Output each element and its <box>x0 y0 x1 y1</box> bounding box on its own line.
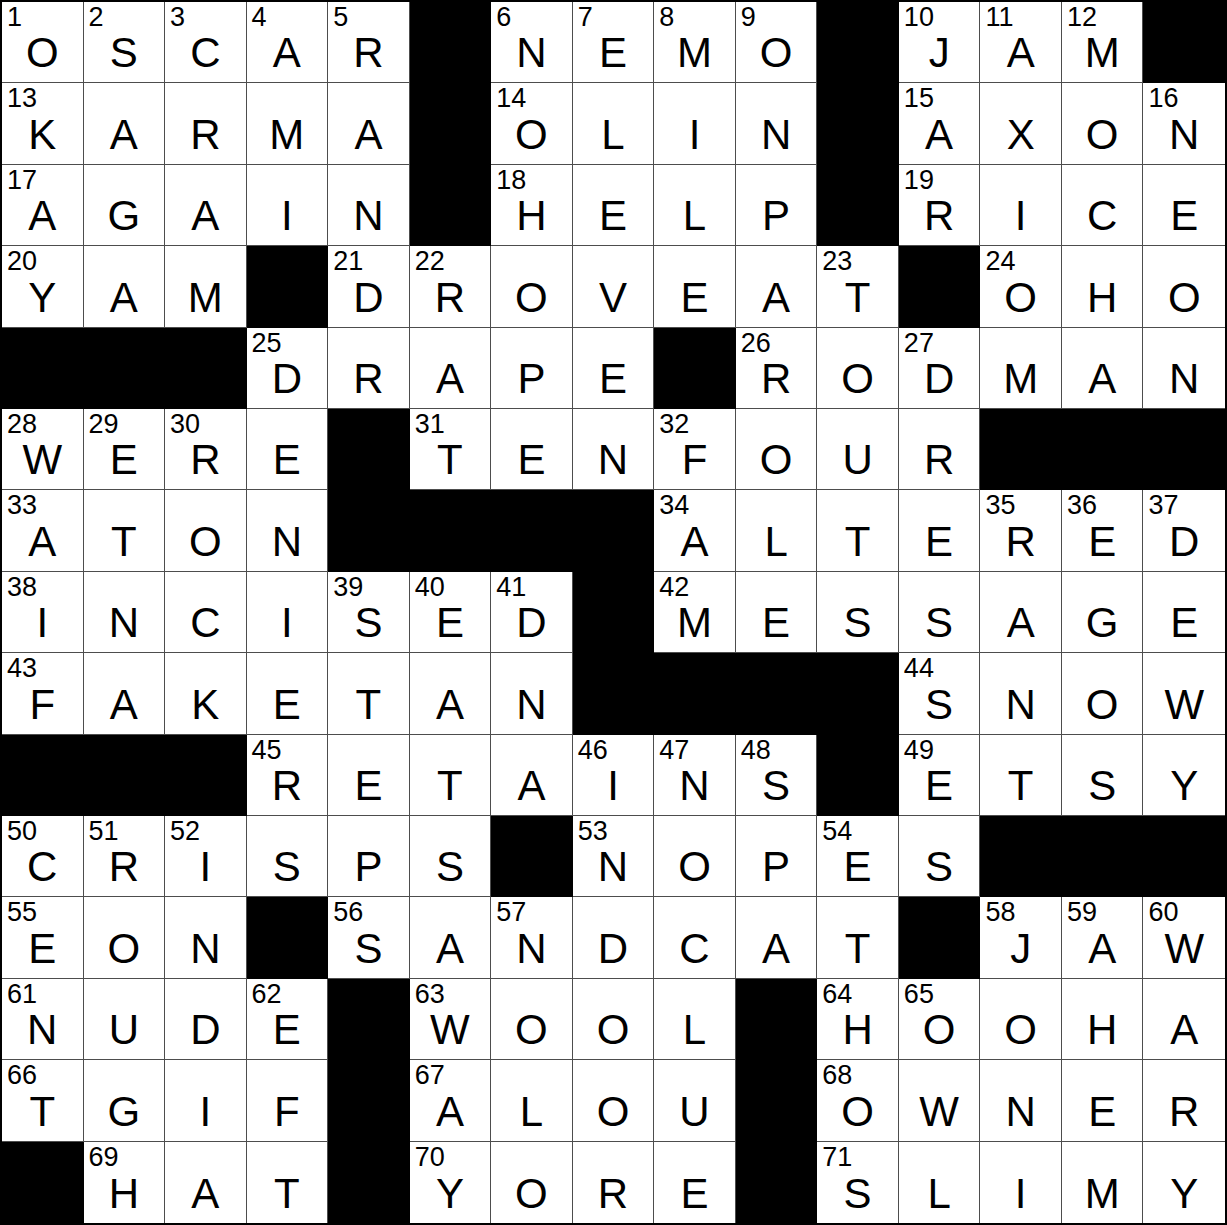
black-cell <box>247 897 329 978</box>
letter-cell[interactable]: O <box>84 897 166 978</box>
cell-letter: L <box>654 1009 735 1051</box>
cell-letter: D <box>899 358 980 400</box>
letter-cell[interactable]: A <box>410 897 492 978</box>
cell-letter: E <box>1143 602 1225 644</box>
clue-number: 48 <box>741 736 771 766</box>
cell-letter: D <box>491 602 572 644</box>
cell-letter: R <box>980 521 1061 563</box>
letter-cell[interactable]: 44S <box>899 653 981 734</box>
black-cell <box>736 1060 818 1141</box>
letter-cell[interactable]: I <box>654 83 736 164</box>
cell-letter: M <box>1062 32 1143 74</box>
letter-cell[interactable]: A <box>84 246 166 327</box>
letter-cell[interactable]: 24O <box>980 246 1062 327</box>
cell-letter: G <box>1062 602 1143 644</box>
cell-letter: O <box>2 32 83 74</box>
cell-letter: H <box>1062 277 1143 319</box>
cell-letter: O <box>573 1009 654 1051</box>
letter-cell[interactable]: R <box>165 83 247 164</box>
letter-cell[interactable]: 22R <box>410 246 492 327</box>
letter-cell[interactable]: 55E <box>2 897 84 978</box>
clue-number: 61 <box>7 980 37 1010</box>
letter-cell[interactable]: R <box>899 409 981 490</box>
clue-number: 41 <box>496 573 526 603</box>
letter-cell[interactable]: 29E <box>84 409 166 490</box>
letter-cell[interactable]: R <box>573 1142 655 1223</box>
clue-number: 36 <box>1067 491 1097 521</box>
letter-cell[interactable]: N <box>165 897 247 978</box>
letter-cell[interactable]: N <box>980 1060 1062 1141</box>
cell-letter: W <box>899 1091 980 1133</box>
letter-cell[interactable]: T <box>328 653 410 734</box>
cell-letter: O <box>491 1009 572 1051</box>
cell-letter: A <box>491 765 572 807</box>
letter-cell[interactable]: 18H <box>491 165 573 246</box>
cell-letter: E <box>491 439 572 481</box>
letter-cell[interactable]: 8M <box>654 2 736 83</box>
letter-cell[interactable]: 53N <box>573 816 655 897</box>
cell-letter: O <box>573 1091 654 1133</box>
letter-cell[interactable]: D <box>573 897 655 978</box>
black-cell <box>899 246 981 327</box>
letter-cell[interactable]: 62E <box>247 979 329 1060</box>
letter-cell[interactable]: T <box>980 735 1062 816</box>
letter-cell[interactable]: C <box>1062 165 1144 246</box>
letter-cell[interactable]: P <box>328 816 410 897</box>
cell-letter: E <box>736 602 817 644</box>
letter-cell[interactable]: A <box>980 572 1062 653</box>
letter-cell[interactable]: O <box>491 1142 573 1223</box>
clue-number: 62 <box>252 980 282 1010</box>
cell-letter: F <box>654 439 735 481</box>
cell-letter: R <box>247 765 328 807</box>
letter-cell[interactable]: O <box>1143 246 1225 327</box>
letter-cell[interactable]: 48S <box>736 735 818 816</box>
cell-letter: W <box>1143 684 1225 726</box>
cell-letter: H <box>817 1009 898 1051</box>
letter-cell[interactable]: E <box>247 653 329 734</box>
cell-letter: A <box>165 195 246 237</box>
cell-letter: N <box>1143 114 1225 156</box>
letter-cell[interactable]: O <box>1062 653 1144 734</box>
cell-letter: X <box>980 114 1061 156</box>
letter-cell[interactable]: 67A <box>410 1060 492 1141</box>
cell-letter: N <box>980 1091 1061 1133</box>
letter-cell[interactable]: A <box>84 83 166 164</box>
letter-cell[interactable]: E <box>573 165 655 246</box>
letter-cell[interactable]: M <box>980 328 1062 409</box>
letter-cell[interactable]: K <box>165 653 247 734</box>
letter-cell[interactable]: O <box>980 979 1062 1060</box>
clue-number: 35 <box>985 491 1015 521</box>
clue-number: 63 <box>415 980 445 1010</box>
letter-cell[interactable]: S <box>817 572 899 653</box>
cell-letter: S <box>817 602 898 644</box>
letter-cell[interactable]: 7E <box>573 2 655 83</box>
letter-cell[interactable]: M <box>1062 1142 1144 1223</box>
cell-letter: A <box>410 358 491 400</box>
letter-cell[interactable]: 11A <box>980 2 1062 83</box>
letter-cell[interactable]: A <box>491 735 573 816</box>
cell-letter: J <box>899 32 980 74</box>
letter-cell[interactable]: 52I <box>165 816 247 897</box>
cell-letter: D <box>328 277 409 319</box>
letter-cell[interactable]: M <box>165 246 247 327</box>
letter-cell[interactable]: 26R <box>736 328 818 409</box>
letter-cell[interactable]: W <box>1143 653 1225 734</box>
letter-cell[interactable]: O <box>573 979 655 1060</box>
cell-letter: I <box>980 1173 1061 1215</box>
letter-cell[interactable]: T <box>84 490 166 571</box>
letter-cell[interactable]: S <box>247 816 329 897</box>
cell-letter: Y <box>410 1173 491 1215</box>
letter-cell[interactable]: 65O <box>899 979 981 1060</box>
black-cell <box>736 653 818 734</box>
letter-cell[interactable]: 17A <box>2 165 84 246</box>
cell-letter: T <box>2 1091 83 1133</box>
letter-cell[interactable]: R <box>1143 1060 1225 1141</box>
cell-letter: A <box>899 114 980 156</box>
letter-cell[interactable]: F <box>247 1060 329 1141</box>
cell-letter: C <box>165 602 246 644</box>
clue-number: 56 <box>333 898 363 928</box>
letter-cell[interactable]: I <box>980 1142 1062 1223</box>
letter-cell[interactable]: A <box>410 653 492 734</box>
letter-cell[interactable]: 9O <box>736 2 818 83</box>
clue-number: 59 <box>1067 898 1097 928</box>
letter-cell[interactable]: S <box>899 816 981 897</box>
clue-number: 68 <box>822 1061 852 1091</box>
letter-cell[interactable]: 39S <box>328 572 410 653</box>
letter-cell[interactable]: 59A <box>1062 897 1144 978</box>
letter-cell[interactable]: L <box>899 1142 981 1223</box>
letter-cell[interactable]: 41D <box>491 572 573 653</box>
letter-cell[interactable]: R <box>328 328 410 409</box>
letter-cell[interactable]: N <box>573 409 655 490</box>
letter-cell[interactable]: L <box>654 165 736 246</box>
letter-cell[interactable]: 40E <box>410 572 492 653</box>
letter-cell[interactable]: A <box>736 897 818 978</box>
letter-cell[interactable]: G <box>84 165 166 246</box>
cell-letter: N <box>84 602 165 644</box>
black-cell <box>980 409 1062 490</box>
letter-cell[interactable]: E <box>654 246 736 327</box>
letter-cell[interactable]: 32F <box>654 409 736 490</box>
letter-cell[interactable]: L <box>654 979 736 1060</box>
letter-cell[interactable]: 57N <box>491 897 573 978</box>
letter-cell[interactable]: 71S <box>817 1142 899 1223</box>
letter-cell[interactable]: 5R <box>328 2 410 83</box>
letter-cell[interactable]: N <box>328 165 410 246</box>
black-cell <box>328 1060 410 1141</box>
letter-cell[interactable]: A <box>1143 979 1225 1060</box>
black-cell <box>654 328 736 409</box>
cell-letter: O <box>980 277 1061 319</box>
cell-letter: N <box>980 684 1061 726</box>
letter-cell[interactable]: 36E <box>1062 490 1144 571</box>
letter-cell[interactable]: I <box>247 572 329 653</box>
letter-cell[interactable]: P <box>736 165 818 246</box>
cell-letter: K <box>165 684 246 726</box>
letter-cell[interactable]: 6N <box>491 2 573 83</box>
letter-cell[interactable]: X <box>980 83 1062 164</box>
letter-cell[interactable]: 15A <box>899 83 981 164</box>
letter-cell[interactable]: 63W <box>410 979 492 1060</box>
cell-letter: L <box>573 114 654 156</box>
black-cell <box>1143 409 1225 490</box>
cell-letter: F <box>247 1091 328 1133</box>
letter-cell[interactable]: 3C <box>165 2 247 83</box>
letter-cell[interactable]: T <box>817 897 899 978</box>
letter-cell[interactable]: 23T <box>817 246 899 327</box>
letter-cell[interactable]: V <box>573 246 655 327</box>
letter-cell[interactable]: Y <box>1143 735 1225 816</box>
clue-number: 29 <box>89 410 119 440</box>
letter-cell[interactable]: 61N <box>2 979 84 1060</box>
clue-number: 18 <box>496 166 526 196</box>
letter-cell[interactable]: T <box>410 735 492 816</box>
letter-cell[interactable]: T <box>247 1142 329 1223</box>
letter-cell[interactable]: N <box>980 653 1062 734</box>
cell-letter: N <box>573 439 654 481</box>
letter-cell[interactable]: L <box>736 490 818 571</box>
letter-cell[interactable]: 43F <box>2 653 84 734</box>
clue-number: 39 <box>333 573 363 603</box>
letter-cell[interactable]: A <box>410 328 492 409</box>
cell-letter: I <box>247 195 328 237</box>
letter-cell[interactable]: 64H <box>817 979 899 1060</box>
letter-cell[interactable]: A <box>84 653 166 734</box>
black-cell <box>410 83 492 164</box>
letter-cell[interactable]: C <box>165 572 247 653</box>
letter-cell[interactable]: E <box>1143 572 1225 653</box>
letter-cell[interactable]: 31T <box>410 409 492 490</box>
clue-number: 21 <box>333 247 363 277</box>
letter-cell[interactable]: 34A <box>654 490 736 571</box>
letter-cell[interactable]: O <box>1062 83 1144 164</box>
letter-cell[interactable]: A <box>736 246 818 327</box>
letter-cell[interactable]: E <box>247 409 329 490</box>
clue-number: 13 <box>7 84 37 114</box>
letter-cell[interactable]: A <box>165 165 247 246</box>
letter-cell[interactable]: I <box>980 165 1062 246</box>
letter-cell[interactable]: M <box>247 83 329 164</box>
letter-cell[interactable]: O <box>165 490 247 571</box>
cell-letter: M <box>165 277 246 319</box>
letter-cell[interactable]: N <box>491 653 573 734</box>
letter-cell[interactable]: 50C <box>2 816 84 897</box>
cell-letter: M <box>980 358 1061 400</box>
letter-cell[interactable]: E <box>491 409 573 490</box>
clue-number: 31 <box>415 410 445 440</box>
letter-cell[interactable]: C <box>654 897 736 978</box>
black-cell <box>817 735 899 816</box>
cell-letter: K <box>2 114 83 156</box>
black-cell <box>328 1142 410 1223</box>
letter-cell[interactable]: S <box>410 816 492 897</box>
cell-letter: A <box>980 32 1061 74</box>
letter-cell[interactable]: 28W <box>2 409 84 490</box>
black-cell <box>817 83 899 164</box>
letter-cell[interactable]: L <box>573 83 655 164</box>
letter-cell[interactable]: 33A <box>2 490 84 571</box>
cell-letter: R <box>899 439 980 481</box>
clue-number: 23 <box>822 247 852 277</box>
cell-letter: A <box>410 684 491 726</box>
letter-cell[interactable]: A <box>1062 328 1144 409</box>
letter-cell[interactable]: 42M <box>654 572 736 653</box>
letter-cell[interactable]: U <box>654 1060 736 1141</box>
letter-cell[interactable]: 69H <box>84 1142 166 1223</box>
letter-cell[interactable]: 21D <box>328 246 410 327</box>
letter-cell[interactable]: E <box>328 735 410 816</box>
clue-number: 46 <box>578 736 608 766</box>
black-cell <box>899 897 981 978</box>
black-cell <box>573 490 655 571</box>
letter-cell[interactable]: H <box>1062 246 1144 327</box>
cell-letter: E <box>654 277 735 319</box>
letter-cell[interactable]: G <box>1062 572 1144 653</box>
cell-letter: O <box>84 928 165 970</box>
letter-cell[interactable]: E <box>736 572 818 653</box>
clue-number: 9 <box>741 3 756 33</box>
letter-cell[interactable]: O <box>491 246 573 327</box>
black-cell <box>817 653 899 734</box>
letter-cell[interactable]: U <box>84 979 166 1060</box>
letter-cell[interactable]: 13K <box>2 83 84 164</box>
letter-cell[interactable]: 20Y <box>2 246 84 327</box>
cell-letter: E <box>328 765 409 807</box>
letter-cell[interactable]: 68O <box>817 1060 899 1141</box>
letter-cell[interactable]: P <box>491 328 573 409</box>
letter-cell[interactable]: S <box>1062 735 1144 816</box>
letter-cell[interactable]: E <box>1062 1060 1144 1141</box>
cell-letter: R <box>899 195 980 237</box>
cell-letter: P <box>328 846 409 888</box>
cell-letter: H <box>491 195 572 237</box>
clue-number: 57 <box>496 898 526 928</box>
letter-cell[interactable]: 2S <box>84 2 166 83</box>
black-cell <box>1062 816 1144 897</box>
letter-cell[interactable]: W <box>899 1060 981 1141</box>
letter-cell[interactable]: O <box>736 409 818 490</box>
letter-cell[interactable]: 66T <box>2 1060 84 1141</box>
cell-letter: R <box>736 358 817 400</box>
letter-cell[interactable]: N <box>736 83 818 164</box>
cell-letter: T <box>817 277 898 319</box>
cell-letter: E <box>247 439 328 481</box>
letter-cell[interactable]: 38I <box>2 572 84 653</box>
cell-letter: G <box>84 195 165 237</box>
letter-cell[interactable]: E <box>573 328 655 409</box>
cell-letter: T <box>247 1173 328 1215</box>
cell-letter: O <box>654 846 735 888</box>
letter-cell[interactable]: E <box>654 1142 736 1223</box>
cell-letter: M <box>1062 1173 1143 1215</box>
black-cell <box>2 735 84 816</box>
cell-letter: S <box>328 602 409 644</box>
letter-cell[interactable]: 35R <box>980 490 1062 571</box>
letter-cell[interactable]: I <box>247 165 329 246</box>
letter-cell[interactable]: 51R <box>84 816 166 897</box>
clue-number: 45 <box>252 736 282 766</box>
letter-cell[interactable]: 70Y <box>410 1142 492 1223</box>
letter-cell[interactable]: A <box>165 1142 247 1223</box>
letter-cell[interactable]: 16N <box>1143 83 1225 164</box>
letter-cell[interactable]: 37D <box>1143 490 1225 571</box>
letter-cell[interactable]: 46I <box>573 735 655 816</box>
black-cell <box>736 979 818 1060</box>
letter-cell[interactable]: 45R <box>247 735 329 816</box>
letter-cell[interactable]: E <box>899 490 981 571</box>
letter-cell[interactable]: 10J <box>899 2 981 83</box>
cell-letter: O <box>980 1009 1061 1051</box>
clue-number: 16 <box>1148 84 1178 114</box>
clue-number: 4 <box>252 3 267 33</box>
letter-cell[interactable]: Y <box>1143 1142 1225 1223</box>
cell-letter: N <box>328 195 409 237</box>
cell-letter: J <box>980 928 1061 970</box>
letter-cell[interactable]: D <box>165 979 247 1060</box>
letter-cell[interactable]: 25D <box>247 328 329 409</box>
letter-cell[interactable]: O <box>654 816 736 897</box>
letter-cell[interactable]: G <box>84 1060 166 1141</box>
letter-cell[interactable]: 12M <box>1062 2 1144 83</box>
black-cell <box>247 246 329 327</box>
letter-cell[interactable]: N <box>1143 328 1225 409</box>
clue-number: 71 <box>822 1143 852 1173</box>
cell-letter: R <box>328 32 409 74</box>
letter-cell[interactable]: 14O <box>491 83 573 164</box>
cell-letter: L <box>654 195 735 237</box>
letter-cell[interactable]: 49E <box>899 735 981 816</box>
letter-cell[interactable]: 30R <box>165 409 247 490</box>
cell-letter: A <box>2 521 83 563</box>
letter-cell[interactable]: S <box>899 572 981 653</box>
cell-letter: P <box>736 846 817 888</box>
letter-cell[interactable]: N <box>247 490 329 571</box>
letter-cell[interactable]: O <box>817 328 899 409</box>
letter-cell[interactable]: H <box>1062 979 1144 1060</box>
cell-letter: E <box>573 195 654 237</box>
letter-cell[interactable]: 19R <box>899 165 981 246</box>
letter-cell[interactable]: 47N <box>654 735 736 816</box>
letter-cell[interactable]: 56S <box>328 897 410 978</box>
letter-cell[interactable]: 4A <box>247 2 329 83</box>
letter-cell[interactable]: L <box>491 1060 573 1141</box>
letter-cell[interactable]: O <box>491 979 573 1060</box>
letter-cell[interactable]: 60W <box>1143 897 1225 978</box>
cell-letter: A <box>328 114 409 156</box>
letter-cell[interactable]: 27D <box>899 328 981 409</box>
letter-cell[interactable]: O <box>573 1060 655 1141</box>
letter-cell[interactable]: I <box>165 1060 247 1141</box>
letter-cell[interactable]: T <box>817 490 899 571</box>
letter-cell[interactable]: N <box>84 572 166 653</box>
letter-cell[interactable]: A <box>328 83 410 164</box>
letter-cell[interactable]: 1O <box>2 2 84 83</box>
cell-letter: E <box>899 765 980 807</box>
cell-letter: O <box>899 1009 980 1051</box>
letter-cell[interactable]: U <box>817 409 899 490</box>
clue-number: 40 <box>415 573 445 603</box>
letter-cell[interactable]: E <box>1143 165 1225 246</box>
cell-letter: A <box>654 521 735 563</box>
letter-cell[interactable]: P <box>736 816 818 897</box>
letter-cell[interactable]: 54E <box>817 816 899 897</box>
letter-cell[interactable]: 58J <box>980 897 1062 978</box>
clue-number: 44 <box>904 654 934 684</box>
